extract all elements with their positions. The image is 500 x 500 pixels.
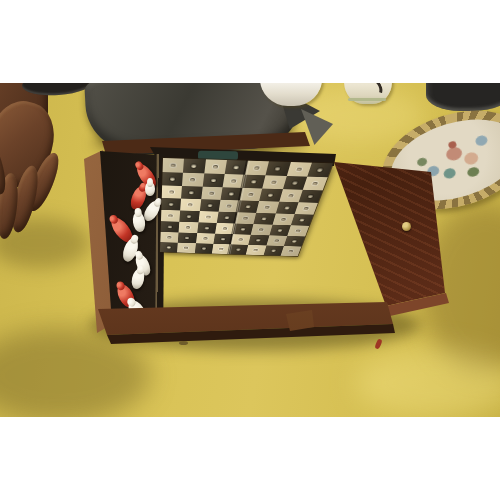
peg-hole [184, 247, 188, 250]
square-b7 [182, 173, 204, 187]
square-c6 [201, 187, 223, 200]
square-b1 [177, 243, 195, 253]
auction-photo-page [0, 0, 500, 500]
square-a2 [160, 232, 178, 243]
peg-hole [188, 203, 193, 206]
peg-hole [226, 205, 231, 208]
square-b8 [183, 159, 205, 174]
peg-hole [190, 178, 195, 181]
square-b5 [180, 199, 200, 211]
square-a5 [161, 198, 181, 211]
peg-hole [185, 237, 189, 240]
peg-hole [171, 164, 176, 168]
peg-hole [231, 179, 236, 182]
square-c2 [196, 233, 215, 244]
square-c1 [194, 243, 213, 253]
square-a8 [163, 158, 185, 173]
square-c7 [202, 173, 224, 187]
square-b3 [179, 222, 198, 233]
peg-hole [211, 179, 216, 182]
square-a3 [161, 221, 180, 232]
peg-hole [167, 236, 171, 239]
peg-hole [209, 192, 214, 195]
square-c5 [199, 199, 220, 211]
peg-hole [221, 238, 226, 241]
peg-hole [170, 177, 175, 180]
peg-hole [212, 165, 217, 169]
peg-hole [207, 204, 212, 207]
peg-hole [201, 247, 205, 250]
peg-hole [169, 203, 174, 206]
square-b4 [180, 210, 200, 222]
peg-hole [169, 190, 174, 193]
white-peg-piece [130, 268, 146, 290]
square-c3 [197, 222, 217, 233]
photo-of-travel-chess-set [0, 83, 500, 417]
square-a4 [161, 210, 180, 222]
square-a7 [162, 172, 183, 186]
peg-hole [206, 216, 211, 219]
peg-hole [219, 248, 224, 251]
peg-hole [204, 227, 209, 230]
peg-hole [189, 191, 194, 194]
white-peg-piece [145, 182, 155, 196]
square-c8 [204, 159, 227, 174]
felt-speck [179, 341, 188, 345]
peg-hole [168, 225, 172, 228]
peg-hole [224, 216, 229, 219]
peg-hole [192, 164, 197, 168]
peg-hole [187, 215, 192, 218]
peg-hole [203, 237, 208, 240]
brass-stud [402, 222, 411, 231]
square-a6 [162, 185, 182, 198]
square-c4 [198, 211, 218, 223]
peg-hole [167, 246, 171, 249]
peg-hole [222, 227, 227, 230]
square-b6 [181, 186, 202, 199]
peg-hole [186, 226, 191, 229]
square-b2 [178, 232, 197, 243]
square-a1 [160, 242, 178, 252]
peg-hole [229, 192, 234, 195]
peg-hole [233, 166, 239, 170]
peg-hole [168, 214, 173, 217]
